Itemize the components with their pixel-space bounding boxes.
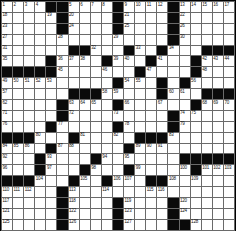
cell-19-18[interactable]	[202, 209, 212, 219]
cell-18-11[interactable]: 119	[124, 198, 134, 208]
cell-17-12[interactable]	[135, 187, 145, 197]
cell-20-0[interactable]: 125	[2, 220, 12, 230]
cell-5-2[interactable]	[24, 56, 34, 66]
cell-20-2[interactable]	[24, 220, 34, 230]
cell-10-10[interactable]: 73	[113, 111, 123, 121]
cell-17-17[interactable]	[191, 187, 201, 197]
cell-16-4[interactable]	[46, 176, 56, 186]
cell-12-8[interactable]	[91, 133, 101, 143]
cell-8-10[interactable]: 59	[113, 89, 123, 99]
cell-8-13[interactable]	[146, 89, 156, 99]
cell-3-18[interactable]	[202, 35, 212, 45]
cell-2-19[interactable]	[213, 24, 223, 34]
cell-10-17[interactable]: 75	[191, 111, 201, 121]
cell-20-17[interactable]: 128	[191, 220, 201, 230]
cell-3-20[interactable]	[224, 35, 234, 45]
cell-20-18[interactable]	[202, 220, 212, 230]
cell-9-8[interactable]: 65	[91, 100, 101, 110]
cell-18-7[interactable]	[80, 198, 90, 208]
cell-8-9[interactable]: 58	[102, 89, 112, 99]
cell-17-10[interactable]	[113, 187, 123, 197]
cell-14-12[interactable]	[135, 154, 145, 164]
cell-9-15[interactable]	[168, 100, 178, 110]
cell-6-19[interactable]	[213, 67, 223, 77]
cell-18-1[interactable]	[13, 198, 23, 208]
cell-15-2[interactable]	[24, 165, 34, 175]
cell-18-16[interactable]: 120	[180, 198, 190, 208]
cell-0-6[interactable]: 5	[69, 2, 79, 12]
cell-1-1[interactable]	[13, 13, 23, 23]
cell-14-4[interactable]: 93	[46, 154, 56, 164]
cell-10-8[interactable]	[91, 111, 101, 121]
cell-16-15[interactable]: 108	[168, 176, 178, 186]
cell-14-6[interactable]	[69, 154, 79, 164]
cell-16-18[interactable]	[202, 176, 212, 186]
cell-4-1[interactable]	[13, 46, 23, 56]
cell-4-0[interactable]: 31	[2, 46, 12, 56]
cell-17-9[interactable]: 114	[102, 187, 112, 197]
cell-20-4[interactable]	[46, 220, 56, 230]
cell-3-12[interactable]	[135, 35, 145, 45]
cell-19-2[interactable]	[24, 209, 34, 219]
cell-2-1[interactable]	[13, 24, 23, 34]
cell-17-1[interactable]: 111	[13, 187, 23, 197]
cell-11-2[interactable]	[24, 122, 34, 132]
cell-17-13[interactable]: 115	[146, 187, 156, 197]
cell-6-13[interactable]: 47	[146, 67, 156, 77]
cell-9-12[interactable]	[135, 100, 145, 110]
cell-18-8[interactable]	[91, 198, 101, 208]
cell-7-20[interactable]	[224, 78, 234, 88]
cell-6-14[interactable]	[157, 67, 167, 77]
cell-1-17[interactable]	[191, 13, 201, 23]
cell-3-3[interactable]	[35, 35, 45, 45]
cell-17-16[interactable]	[180, 187, 190, 197]
cell-18-3[interactable]	[35, 198, 45, 208]
cell-14-2[interactable]	[24, 154, 34, 164]
cell-0-16[interactable]: 13	[180, 2, 190, 12]
cell-7-15[interactable]	[168, 78, 178, 88]
cell-12-20[interactable]	[224, 133, 234, 143]
cell-10-7[interactable]	[80, 111, 90, 121]
cell-13-20[interactable]	[224, 144, 234, 154]
cell-20-11[interactable]: 127	[124, 220, 134, 230]
cell-5-14[interactable]: 41	[157, 56, 167, 66]
cell-11-6[interactable]	[69, 122, 79, 132]
cell-14-7[interactable]	[80, 154, 90, 164]
cell-8-3[interactable]	[35, 89, 45, 99]
cell-17-18[interactable]	[202, 187, 212, 197]
cell-13-13[interactable]: 90	[146, 144, 156, 154]
cell-15-6[interactable]	[69, 165, 79, 175]
cell-11-13[interactable]	[146, 122, 156, 132]
cell-4-13[interactable]	[146, 46, 156, 56]
cell-9-20[interactable]: 70	[224, 100, 234, 110]
cell-19-0[interactable]: 121	[2, 209, 12, 219]
cell-7-7[interactable]	[80, 78, 90, 88]
cell-1-14[interactable]	[157, 13, 167, 23]
cell-15-4[interactable]: 97	[46, 165, 56, 175]
cell-15-18[interactable]: 101	[202, 165, 212, 175]
cell-3-0[interactable]: 27	[2, 35, 12, 45]
cell-12-19[interactable]	[213, 133, 223, 143]
cell-17-8[interactable]	[91, 187, 101, 197]
cell-4-12[interactable]: 33	[135, 46, 145, 56]
cell-7-1[interactable]: 50	[13, 78, 23, 88]
cell-13-12[interactable]: 89	[135, 144, 145, 154]
cell-18-12[interactable]	[135, 198, 145, 208]
cell-0-20[interactable]: 17	[224, 2, 234, 12]
cell-14-0[interactable]: 92	[2, 154, 12, 164]
cell-19-8[interactable]	[91, 209, 101, 219]
cell-19-13[interactable]	[146, 209, 156, 219]
cell-14-15[interactable]	[168, 154, 178, 164]
cell-15-13[interactable]	[146, 165, 156, 175]
cell-17-4[interactable]	[46, 187, 56, 197]
cell-6-18[interactable]: 48	[202, 67, 212, 77]
cell-11-7[interactable]	[80, 122, 90, 132]
cell-18-18[interactable]	[202, 198, 212, 208]
cell-15-20[interactable]: 103	[224, 165, 234, 175]
cell-10-6[interactable]: 72	[69, 111, 79, 121]
cell-16-20[interactable]	[224, 176, 234, 186]
cell-11-11[interactable]: 78	[124, 122, 134, 132]
cell-10-9[interactable]	[102, 111, 112, 121]
cell-8-2[interactable]	[24, 89, 34, 99]
cell-4-9[interactable]	[102, 46, 112, 56]
cell-18-19[interactable]	[213, 198, 223, 208]
cell-19-19[interactable]	[213, 209, 223, 219]
cell-12-7[interactable]: 81	[80, 133, 90, 143]
cell-8-4[interactable]	[46, 89, 56, 99]
cell-13-9[interactable]	[102, 144, 112, 154]
cell-11-19[interactable]	[213, 122, 223, 132]
cell-1-13[interactable]	[146, 13, 156, 23]
cell-19-11[interactable]: 123	[124, 209, 134, 219]
cell-17-6[interactable]: 113	[69, 187, 79, 197]
cell-7-9[interactable]	[102, 78, 112, 88]
cell-3-8[interactable]	[91, 35, 101, 45]
cell-16-3[interactable]: 104	[35, 176, 45, 186]
cell-4-8[interactable]: 32	[91, 46, 101, 56]
cell-1-0[interactable]: 18	[2, 13, 12, 23]
cell-1-11[interactable]: 21	[124, 13, 134, 23]
cell-15-5[interactable]	[57, 165, 67, 175]
cell-20-13[interactable]	[146, 220, 156, 230]
cell-2-2[interactable]	[24, 24, 34, 34]
cell-8-15[interactable]: 60	[168, 89, 178, 99]
cell-5-8[interactable]	[91, 56, 101, 66]
cell-20-9[interactable]	[102, 220, 112, 230]
cell-20-1[interactable]	[13, 220, 23, 230]
cell-2-14[interactable]	[157, 24, 167, 34]
cell-11-17[interactable]	[191, 122, 201, 132]
cell-5-1[interactable]	[13, 56, 23, 66]
cell-12-18[interactable]	[202, 133, 212, 143]
cell-9-11[interactable]: 66	[124, 100, 134, 110]
cell-11-5[interactable]: 77	[57, 122, 67, 132]
cell-13-10[interactable]	[113, 144, 123, 154]
cell-3-9[interactable]	[102, 35, 112, 45]
cell-13-1[interactable]: 85	[13, 144, 23, 154]
cell-3-17[interactable]	[191, 35, 201, 45]
cell-6-5[interactable]: 45	[57, 67, 67, 77]
cell-18-20[interactable]	[224, 198, 234, 208]
cell-0-17[interactable]: 14	[191, 2, 201, 12]
cell-14-10[interactable]	[113, 154, 123, 164]
cell-19-20[interactable]	[224, 209, 234, 219]
cell-10-12[interactable]	[135, 111, 145, 121]
cell-12-17[interactable]	[191, 133, 201, 143]
cell-15-14[interactable]	[157, 165, 167, 175]
cell-17-3[interactable]	[35, 187, 45, 197]
cell-1-18[interactable]	[202, 13, 212, 23]
cell-11-3[interactable]	[35, 122, 45, 132]
cell-6-10[interactable]	[113, 67, 123, 77]
cell-20-8[interactable]	[91, 220, 101, 230]
cell-15-10[interactable]	[113, 165, 123, 175]
cell-2-0[interactable]: 23	[2, 24, 12, 34]
cell-0-11[interactable]: 9	[124, 2, 134, 12]
cell-14-1[interactable]	[13, 154, 23, 164]
cell-7-18[interactable]	[202, 78, 212, 88]
cell-5-15[interactable]	[168, 56, 178, 66]
cell-17-7[interactable]	[80, 187, 90, 197]
cell-8-17[interactable]	[191, 89, 201, 99]
cell-14-13[interactable]	[146, 154, 156, 164]
cell-11-1[interactable]	[13, 122, 23, 132]
cell-6-6[interactable]	[69, 67, 79, 77]
cell-9-16[interactable]	[180, 100, 190, 110]
cell-11-9[interactable]	[102, 122, 112, 132]
cell-1-3[interactable]	[35, 13, 45, 23]
cell-10-3[interactable]	[35, 111, 45, 121]
cell-7-12[interactable]: 55	[135, 78, 145, 88]
cell-7-4[interactable]: 53	[46, 78, 56, 88]
cell-15-1[interactable]	[13, 165, 23, 175]
cell-3-14[interactable]	[157, 35, 167, 45]
cell-11-0[interactable]: 76	[2, 122, 12, 132]
cell-9-9[interactable]	[102, 100, 112, 110]
cell-9-19[interactable]: 69	[213, 100, 223, 110]
cell-1-16[interactable]: 22	[180, 13, 190, 23]
cell-19-9[interactable]	[102, 209, 112, 219]
cell-8-1[interactable]	[13, 89, 23, 99]
cell-13-15[interactable]	[168, 144, 178, 154]
cell-2-17[interactable]	[191, 24, 201, 34]
cell-4-5[interactable]	[57, 46, 67, 56]
cell-8-5[interactable]	[57, 89, 67, 99]
cell-13-0[interactable]: 84	[2, 144, 12, 154]
cell-9-14[interactable]: 67	[157, 100, 167, 110]
cell-3-5[interactable]: 28	[57, 35, 67, 45]
cell-8-11[interactable]	[124, 89, 134, 99]
cell-2-13[interactable]	[146, 24, 156, 34]
cell-3-4[interactable]	[46, 35, 56, 45]
cell-6-11[interactable]	[124, 67, 134, 77]
cell-5-11[interactable]: 40	[124, 56, 134, 66]
cell-4-3[interactable]	[35, 46, 45, 56]
cell-7-3[interactable]: 52	[35, 78, 45, 88]
cell-9-13[interactable]	[146, 100, 156, 110]
cell-12-5[interactable]	[57, 133, 67, 143]
cell-10-4[interactable]	[46, 111, 56, 121]
cell-20-20[interactable]	[224, 220, 234, 230]
cell-10-19[interactable]	[213, 111, 223, 121]
cell-1-4[interactable]: 19	[46, 13, 56, 23]
cell-12-11[interactable]	[124, 133, 134, 143]
cell-16-16[interactable]	[180, 176, 190, 186]
cell-3-13[interactable]	[146, 35, 156, 45]
cell-13-7[interactable]	[80, 144, 90, 154]
cell-1-8[interactable]	[91, 13, 101, 23]
cell-1-2[interactable]	[24, 13, 34, 23]
cell-9-1[interactable]	[13, 100, 23, 110]
cell-16-19[interactable]	[213, 176, 223, 186]
cell-1-20[interactable]	[224, 13, 234, 23]
cell-0-1[interactable]: 2	[13, 2, 23, 12]
cell-3-6[interactable]	[69, 35, 79, 45]
cell-2-6[interactable]: 24	[69, 24, 79, 34]
cell-0-9[interactable]: 8	[102, 2, 112, 12]
cell-11-18[interactable]	[202, 122, 212, 132]
cell-12-4[interactable]	[46, 133, 56, 143]
cell-4-16[interactable]	[180, 46, 190, 56]
cell-10-1[interactable]	[13, 111, 23, 121]
cell-7-17[interactable]: 56	[191, 78, 201, 88]
cell-17-19[interactable]	[213, 187, 223, 197]
cell-9-4[interactable]	[46, 100, 56, 110]
cell-5-6[interactable]: 37	[69, 56, 79, 66]
cell-10-11[interactable]	[124, 111, 134, 121]
cell-17-20[interactable]	[224, 187, 234, 197]
cell-14-11[interactable]: 95	[124, 154, 134, 164]
cell-17-0[interactable]: 110	[2, 187, 12, 197]
cell-6-7[interactable]	[80, 67, 90, 77]
cell-7-11[interactable]: 54	[124, 78, 134, 88]
cell-3-19[interactable]	[213, 35, 223, 45]
cell-1-12[interactable]	[135, 13, 145, 23]
cell-4-17[interactable]	[191, 46, 201, 56]
cell-13-2[interactable]: 86	[24, 144, 34, 154]
cell-2-20[interactable]	[224, 24, 234, 34]
cell-14-9[interactable]: 94	[102, 154, 112, 164]
cell-0-19[interactable]: 16	[213, 2, 223, 12]
cell-11-14[interactable]	[157, 122, 167, 132]
cell-0-14[interactable]: 12	[157, 2, 167, 12]
cell-20-7[interactable]	[80, 220, 90, 230]
cell-4-15[interactable]: 34	[168, 46, 178, 56]
cell-0-0[interactable]: 1	[2, 2, 12, 12]
cell-7-8[interactable]	[91, 78, 101, 88]
cell-7-19[interactable]	[213, 78, 223, 88]
cell-6-8[interactable]	[91, 67, 101, 77]
cell-15-0[interactable]: 96	[2, 165, 12, 175]
cell-9-2[interactable]	[24, 100, 34, 110]
cell-4-2[interactable]	[24, 46, 34, 56]
cell-0-3[interactable]: 4	[35, 2, 45, 12]
cell-4-4[interactable]	[46, 46, 56, 56]
cell-20-12[interactable]	[135, 220, 145, 230]
cell-12-15[interactable]: 83	[168, 133, 178, 143]
cell-7-13[interactable]	[146, 78, 156, 88]
cell-2-16[interactable]: 26	[180, 24, 190, 34]
cell-8-16[interactable]: 61	[180, 89, 190, 99]
cell-9-7[interactable]: 64	[80, 100, 90, 110]
cell-18-4[interactable]	[46, 198, 56, 208]
cell-16-8[interactable]	[91, 176, 101, 186]
cell-20-19[interactable]	[213, 220, 223, 230]
cell-16-17[interactable]: 109	[191, 176, 201, 186]
cell-20-14[interactable]	[157, 220, 167, 230]
cell-19-16[interactable]: 124	[180, 209, 190, 219]
cell-1-7[interactable]	[80, 13, 90, 23]
cell-20-6[interactable]: 126	[69, 220, 79, 230]
cell-4-10[interactable]	[113, 46, 123, 56]
cell-10-2[interactable]	[24, 111, 34, 121]
cell-1-9[interactable]	[102, 13, 112, 23]
cell-3-10[interactable]: 29	[113, 35, 123, 45]
cell-13-8[interactable]	[91, 144, 101, 154]
cell-18-13[interactable]	[146, 198, 156, 208]
cell-7-5[interactable]	[57, 78, 67, 88]
cell-2-8[interactable]	[91, 24, 101, 34]
cell-17-15[interactable]	[168, 187, 178, 197]
cell-0-7[interactable]: 6	[80, 2, 90, 12]
cell-3-16[interactable]: 30	[180, 35, 190, 45]
cell-20-3[interactable]	[35, 220, 45, 230]
cell-5-10[interactable]: 39	[113, 56, 123, 66]
cell-19-12[interactable]	[135, 209, 145, 219]
cell-3-1[interactable]	[13, 35, 23, 45]
cell-0-2[interactable]: 3	[24, 2, 34, 12]
cell-12-16[interactable]	[180, 133, 190, 143]
cell-10-0[interactable]: 71	[2, 111, 12, 121]
cell-18-14[interactable]	[157, 198, 167, 208]
cell-16-11[interactable]: 107	[124, 176, 134, 186]
cell-12-3[interactable]: 80	[35, 133, 45, 143]
cell-11-8[interactable]	[91, 122, 101, 132]
cell-14-5[interactable]	[57, 154, 67, 164]
cell-19-1[interactable]	[13, 209, 23, 219]
cell-10-13[interactable]	[146, 111, 156, 121]
cell-5-7[interactable]: 38	[80, 56, 90, 66]
cell-17-14[interactable]: 116	[157, 187, 167, 197]
cell-18-0[interactable]: 117	[2, 198, 12, 208]
cell-17-11[interactable]	[124, 187, 134, 197]
cell-10-14[interactable]	[157, 111, 167, 121]
cell-15-15[interactable]	[168, 165, 178, 175]
cell-15-12[interactable]: 99	[135, 165, 145, 175]
cell-3-7[interactable]	[80, 35, 90, 45]
cell-19-4[interactable]	[46, 209, 56, 219]
cell-8-0[interactable]: 57	[2, 89, 12, 99]
cell-5-19[interactable]: 43	[213, 56, 223, 66]
cell-13-6[interactable]: 88	[69, 144, 79, 154]
cell-2-9[interactable]	[102, 24, 112, 34]
cell-5-5[interactable]: 36	[57, 56, 67, 66]
cell-2-12[interactable]	[135, 24, 145, 34]
cell-10-16[interactable]: 74	[180, 111, 190, 121]
cell-10-20[interactable]	[224, 111, 234, 121]
cell-2-7[interactable]	[80, 24, 90, 34]
cell-13-3[interactable]	[35, 144, 45, 154]
cell-1-6[interactable]: 20	[69, 13, 79, 23]
cell-18-17[interactable]	[191, 198, 201, 208]
cell-2-4[interactable]	[46, 24, 56, 34]
cell-13-5[interactable]: 87	[57, 144, 67, 154]
cell-0-8[interactable]: 7	[91, 2, 101, 12]
